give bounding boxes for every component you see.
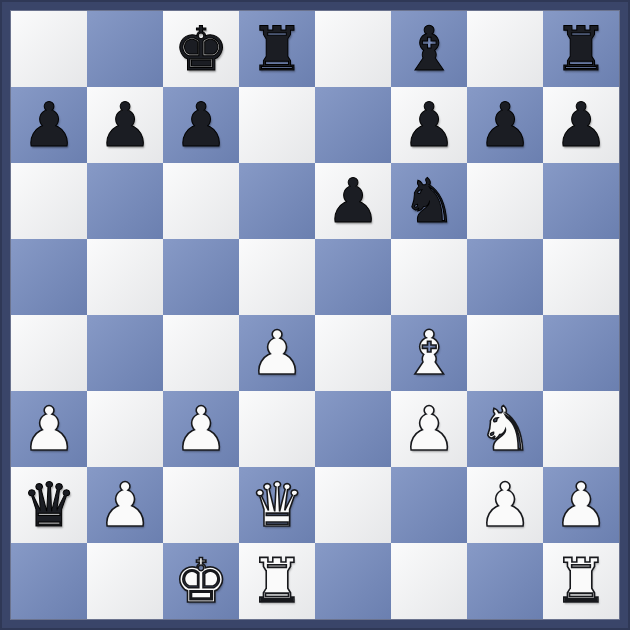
square-h2[interactable]: ♟ [543, 467, 619, 543]
piece-white-pawn[interactable]: ♟ [402, 398, 457, 459]
piece-white-pawn[interactable]: ♟ [98, 474, 153, 535]
square-f6[interactable]: ♞ [391, 163, 467, 239]
square-b8[interactable] [87, 11, 163, 87]
square-e2[interactable] [315, 467, 391, 543]
square-a1[interactable] [11, 543, 87, 619]
piece-black-pawn[interactable]: ♟ [326, 170, 381, 231]
chess-board: ♚♜♝♜♟♟♟♟♟♟♟♞♟♝♟♟♟♞♛♟♛♟♟♚♜♜ [11, 11, 619, 619]
square-c6[interactable] [163, 163, 239, 239]
square-c7[interactable]: ♟ [163, 87, 239, 163]
square-e3[interactable] [315, 391, 391, 467]
piece-black-rook[interactable]: ♜ [554, 18, 609, 79]
square-g8[interactable] [467, 11, 543, 87]
square-c4[interactable] [163, 315, 239, 391]
square-h4[interactable] [543, 315, 619, 391]
square-g5[interactable] [467, 239, 543, 315]
square-f8[interactable]: ♝ [391, 11, 467, 87]
square-a3[interactable]: ♟ [11, 391, 87, 467]
piece-black-pawn[interactable]: ♟ [174, 94, 229, 155]
square-a7[interactable]: ♟ [11, 87, 87, 163]
square-d4[interactable]: ♟ [239, 315, 315, 391]
square-c8[interactable]: ♚ [163, 11, 239, 87]
square-h3[interactable] [543, 391, 619, 467]
square-b7[interactable]: ♟ [87, 87, 163, 163]
piece-black-queen[interactable]: ♛ [22, 474, 77, 535]
square-h6[interactable] [543, 163, 619, 239]
square-e5[interactable] [315, 239, 391, 315]
square-b6[interactable] [87, 163, 163, 239]
square-g1[interactable] [467, 543, 543, 619]
piece-black-pawn[interactable]: ♟ [554, 94, 609, 155]
square-b2[interactable]: ♟ [87, 467, 163, 543]
square-a5[interactable] [11, 239, 87, 315]
piece-white-king[interactable]: ♚ [174, 550, 229, 611]
piece-black-bishop[interactable]: ♝ [402, 18, 457, 79]
piece-white-pawn[interactable]: ♟ [250, 322, 305, 383]
piece-white-pawn[interactable]: ♟ [22, 398, 77, 459]
piece-white-queen[interactable]: ♛ [250, 474, 305, 535]
piece-white-pawn[interactable]: ♟ [478, 474, 533, 535]
square-e8[interactable] [315, 11, 391, 87]
piece-white-knight[interactable]: ♞ [478, 398, 533, 459]
square-f1[interactable] [391, 543, 467, 619]
square-b3[interactable] [87, 391, 163, 467]
square-b4[interactable] [87, 315, 163, 391]
square-e6[interactable]: ♟ [315, 163, 391, 239]
square-g6[interactable] [467, 163, 543, 239]
piece-black-king[interactable]: ♚ [174, 18, 229, 79]
square-d5[interactable] [239, 239, 315, 315]
square-d2[interactable]: ♛ [239, 467, 315, 543]
square-h8[interactable]: ♜ [543, 11, 619, 87]
square-h7[interactable]: ♟ [543, 87, 619, 163]
piece-white-rook[interactable]: ♜ [554, 550, 609, 611]
square-g4[interactable] [467, 315, 543, 391]
square-c3[interactable]: ♟ [163, 391, 239, 467]
square-a4[interactable] [11, 315, 87, 391]
square-a2[interactable]: ♛ [11, 467, 87, 543]
square-c1[interactable]: ♚ [163, 543, 239, 619]
square-e4[interactable] [315, 315, 391, 391]
square-c2[interactable] [163, 467, 239, 543]
square-f2[interactable] [391, 467, 467, 543]
square-e7[interactable] [315, 87, 391, 163]
square-c5[interactable] [163, 239, 239, 315]
piece-black-rook[interactable]: ♜ [250, 18, 305, 79]
piece-white-bishop[interactable]: ♝ [402, 322, 457, 383]
piece-black-pawn[interactable]: ♟ [478, 94, 533, 155]
square-g2[interactable]: ♟ [467, 467, 543, 543]
square-g3[interactable]: ♞ [467, 391, 543, 467]
chess-board-frame: ♚♜♝♜♟♟♟♟♟♟♟♞♟♝♟♟♟♞♛♟♛♟♟♚♜♜ [0, 0, 630, 630]
square-a6[interactable] [11, 163, 87, 239]
piece-black-pawn[interactable]: ♟ [22, 94, 77, 155]
square-d3[interactable] [239, 391, 315, 467]
square-a8[interactable] [11, 11, 87, 87]
square-h1[interactable]: ♜ [543, 543, 619, 619]
piece-white-rook[interactable]: ♜ [250, 550, 305, 611]
square-d1[interactable]: ♜ [239, 543, 315, 619]
square-b5[interactable] [87, 239, 163, 315]
square-d6[interactable] [239, 163, 315, 239]
piece-black-knight[interactable]: ♞ [402, 170, 457, 231]
square-f4[interactable]: ♝ [391, 315, 467, 391]
square-e1[interactable] [315, 543, 391, 619]
square-f7[interactable]: ♟ [391, 87, 467, 163]
square-h5[interactable] [543, 239, 619, 315]
square-f3[interactable]: ♟ [391, 391, 467, 467]
square-b1[interactable] [87, 543, 163, 619]
square-d7[interactable] [239, 87, 315, 163]
square-g7[interactable]: ♟ [467, 87, 543, 163]
piece-black-pawn[interactable]: ♟ [402, 94, 457, 155]
piece-white-pawn[interactable]: ♟ [554, 474, 609, 535]
square-d8[interactable]: ♜ [239, 11, 315, 87]
piece-white-pawn[interactable]: ♟ [174, 398, 229, 459]
square-f5[interactable] [391, 239, 467, 315]
piece-black-pawn[interactable]: ♟ [98, 94, 153, 155]
